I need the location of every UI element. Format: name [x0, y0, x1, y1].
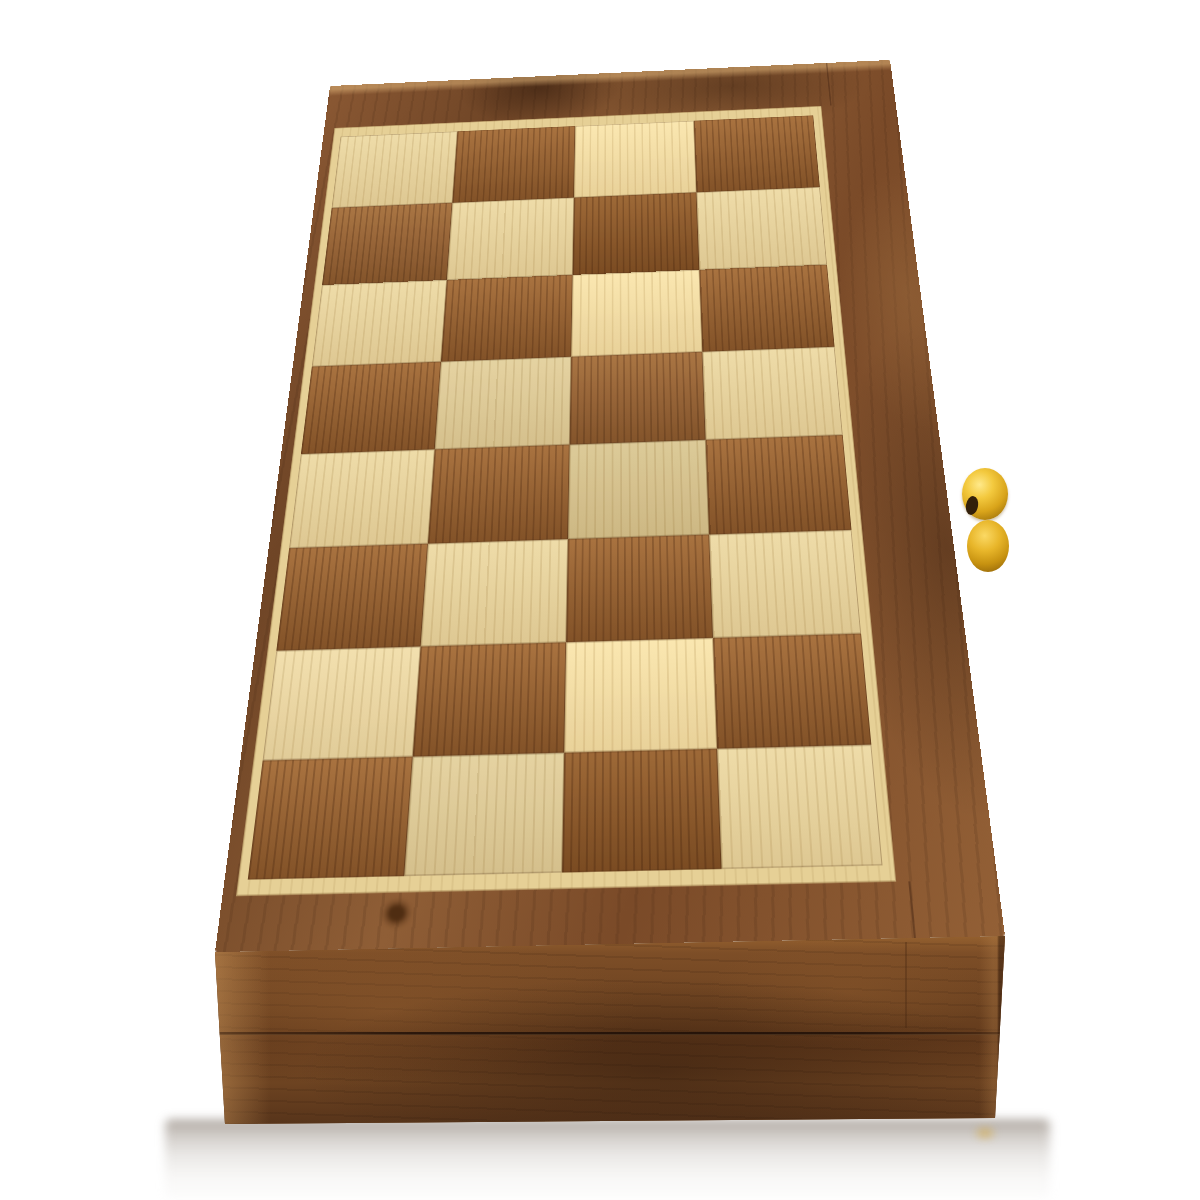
clasp-knob-bottom — [967, 520, 1009, 572]
board-square — [248, 756, 413, 879]
board-square — [570, 352, 706, 445]
board-square — [717, 744, 882, 869]
floor-reflection — [165, 1119, 1050, 1199]
board-square — [312, 280, 447, 367]
board-square — [404, 752, 564, 876]
board-square — [452, 126, 575, 203]
board-square — [413, 642, 566, 757]
box-front-face — [215, 936, 1005, 1124]
board-square — [447, 198, 574, 280]
lid-wood-frame — [215, 60, 1005, 952]
board-square — [574, 121, 697, 198]
board-square — [322, 203, 452, 285]
board-square — [263, 646, 421, 760]
frame-joint-top — [826, 63, 832, 106]
board-square — [706, 435, 852, 535]
board-square — [289, 449, 435, 548]
board-square — [562, 748, 721, 872]
board-square — [421, 539, 568, 646]
front-corner-joint — [905, 942, 907, 1028]
board-square — [332, 131, 458, 208]
board-square — [428, 445, 570, 544]
board-square — [276, 544, 428, 650]
board-square — [566, 535, 713, 642]
wood-knot — [373, 892, 420, 935]
board-square — [699, 264, 834, 351]
board-square — [709, 530, 861, 637]
board-square — [435, 357, 571, 450]
board-square — [702, 347, 842, 440]
box-lid-top — [215, 60, 1005, 952]
product-photo — [0, 0, 1200, 1200]
board-square — [301, 361, 441, 454]
frame-joint-bottom — [908, 881, 916, 938]
board-square — [571, 269, 702, 356]
board-square — [568, 440, 709, 540]
clasp-reflection — [972, 1124, 998, 1142]
box-seam-line — [215, 1032, 1005, 1035]
board-square — [696, 187, 827, 269]
checkerboard — [248, 115, 883, 879]
board-square — [564, 637, 717, 752]
maple-inlay-border — [236, 106, 896, 896]
board-square — [713, 633, 871, 748]
board-square — [694, 115, 820, 192]
board-square — [441, 274, 573, 361]
board-square — [573, 193, 700, 275]
brass-clasp — [962, 464, 1014, 594]
